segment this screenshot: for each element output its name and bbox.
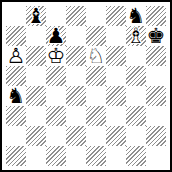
square-g4[interactable]: [126, 86, 146, 106]
square-c2[interactable]: [46, 126, 66, 146]
square-d6[interactable]: [66, 46, 86, 66]
square-a5[interactable]: [6, 66, 26, 86]
square-g6[interactable]: [126, 46, 146, 66]
square-b2[interactable]: [26, 126, 46, 146]
square-f6[interactable]: [106, 46, 126, 66]
square-g5[interactable]: [126, 66, 146, 86]
black-pawn[interactable]: ♟: [46, 26, 66, 46]
white-bishop[interactable]: ♗: [126, 26, 146, 46]
square-a6[interactable]: ♙: [6, 46, 26, 66]
black-knight[interactable]: ♞: [126, 6, 146, 26]
square-g8[interactable]: ♞: [126, 6, 146, 26]
square-b5[interactable]: [26, 66, 46, 86]
white-king[interactable]: ♔: [46, 46, 66, 66]
square-h1[interactable]: [146, 146, 166, 166]
square-c7[interactable]: ♟: [46, 26, 66, 46]
chessboard-frame: ♝♞♟♗♚♙♔♘♞: [0, 0, 172, 172]
square-b4[interactable]: [26, 86, 46, 106]
square-c5[interactable]: [46, 66, 66, 86]
square-e7[interactable]: [86, 26, 106, 46]
square-e6[interactable]: ♘: [86, 46, 106, 66]
square-d1[interactable]: [66, 146, 86, 166]
square-c4[interactable]: [46, 86, 66, 106]
square-h4[interactable]: [146, 86, 166, 106]
square-f7[interactable]: [106, 26, 126, 46]
square-f8[interactable]: [106, 6, 126, 26]
square-b1[interactable]: [26, 146, 46, 166]
black-bishop[interactable]: ♝: [26, 6, 46, 26]
square-h3[interactable]: [146, 106, 166, 126]
square-c1[interactable]: [46, 146, 66, 166]
square-e3[interactable]: [86, 106, 106, 126]
square-g1[interactable]: [126, 146, 146, 166]
white-pawn[interactable]: ♙: [6, 46, 26, 66]
square-a1[interactable]: [6, 146, 26, 166]
square-a4[interactable]: ♞: [6, 86, 26, 106]
square-e2[interactable]: [86, 126, 106, 146]
black-knight[interactable]: ♞: [6, 86, 26, 106]
square-d8[interactable]: [66, 6, 86, 26]
square-h5[interactable]: [146, 66, 166, 86]
square-a7[interactable]: [6, 26, 26, 46]
square-h7[interactable]: ♚: [146, 26, 166, 46]
square-g3[interactable]: [126, 106, 146, 126]
square-e4[interactable]: [86, 86, 106, 106]
square-f1[interactable]: [106, 146, 126, 166]
square-e8[interactable]: [86, 6, 106, 26]
square-b3[interactable]: [26, 106, 46, 126]
square-g2[interactable]: [126, 126, 146, 146]
square-e1[interactable]: [86, 146, 106, 166]
square-a3[interactable]: [6, 106, 26, 126]
square-h6[interactable]: [146, 46, 166, 66]
square-h2[interactable]: [146, 126, 166, 146]
chessboard: ♝♞♟♗♚♙♔♘♞: [6, 6, 166, 166]
square-d3[interactable]: [66, 106, 86, 126]
square-d5[interactable]: [66, 66, 86, 86]
square-g7[interactable]: ♗: [126, 26, 146, 46]
white-knight[interactable]: ♘: [86, 46, 106, 66]
square-e5[interactable]: [86, 66, 106, 86]
square-d7[interactable]: [66, 26, 86, 46]
square-b7[interactable]: [26, 26, 46, 46]
square-f3[interactable]: [106, 106, 126, 126]
square-a8[interactable]: [6, 6, 26, 26]
square-h8[interactable]: [146, 6, 166, 26]
square-a2[interactable]: [6, 126, 26, 146]
square-b8[interactable]: ♝: [26, 6, 46, 26]
square-f4[interactable]: [106, 86, 126, 106]
square-f5[interactable]: [106, 66, 126, 86]
square-d2[interactable]: [66, 126, 86, 146]
square-f2[interactable]: [106, 126, 126, 146]
square-c3[interactable]: [46, 106, 66, 126]
black-king[interactable]: ♚: [146, 26, 166, 46]
square-c6[interactable]: ♔: [46, 46, 66, 66]
square-c8[interactable]: [46, 6, 66, 26]
square-d4[interactable]: [66, 86, 86, 106]
square-b6[interactable]: [26, 46, 46, 66]
